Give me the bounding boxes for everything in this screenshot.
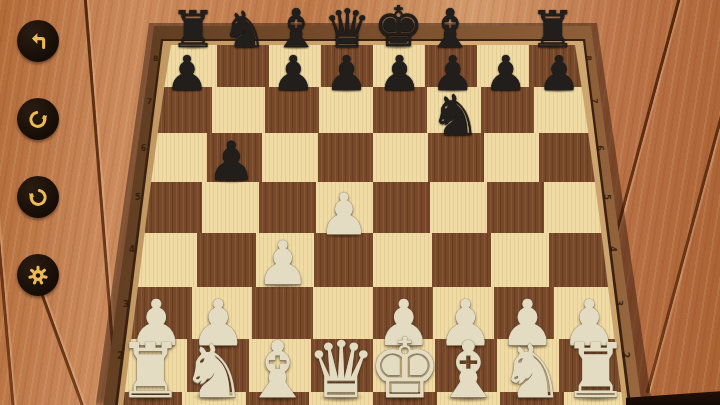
settings-button[interactable]: [17, 254, 59, 296]
undo-button[interactable]: [17, 176, 59, 218]
piece-white-knight-b1[interactable]: ♞: [181, 335, 247, 405]
piece-black-pawn-b5[interactable]: ♟: [207, 135, 256, 189]
rotate-counterclockwise-icon: [25, 184, 51, 210]
piece-white-king-e1[interactable]: ♚: [368, 328, 442, 405]
piece-black-pawn-h7[interactable]: ♟: [537, 49, 580, 97]
rotate-clockwise-icon: [25, 106, 51, 132]
piece-white-bishop-f1[interactable]: ♝: [433, 331, 503, 405]
sidebar: [0, 0, 80, 405]
piece-black-pawn-a7[interactable]: ♟: [165, 49, 208, 97]
piece-white-pawn-c3[interactable]: ♟: [256, 233, 310, 293]
piece-white-bishop-c1[interactable]: ♝: [242, 331, 312, 405]
piece-black-pawn-e7[interactable]: ♟: [378, 49, 421, 97]
piece-white-rook-a1[interactable]: ♜: [117, 334, 185, 405]
redo-button[interactable]: [17, 98, 59, 140]
piece-black-knight-b8[interactable]: ♞: [222, 5, 267, 55]
chess-app-screen: 88776655443322 ♜♞♝♛♚♝♜♟♟♟♟♟♟♟♞♟♟♟♟♟♟♟♟♟♜…: [0, 0, 720, 405]
piece-white-pawn-d4[interactable]: ♟: [318, 186, 369, 243]
piece-black-knight-f6[interactable]: ♞: [430, 87, 481, 144]
piece-black-pawn-g7[interactable]: ♟: [484, 49, 527, 97]
piece-black-pawn-c7[interactable]: ♟: [272, 49, 315, 97]
piece-white-knight-g1[interactable]: ♞: [499, 335, 565, 405]
gear-icon: [25, 262, 51, 288]
piece-black-pawn-d7[interactable]: ♟: [325, 49, 368, 97]
return-arrow-icon: [25, 28, 51, 54]
piece-white-rook-h1[interactable]: ♜: [562, 334, 630, 405]
pieces-layer: ♜♞♝♛♚♝♜♟♟♟♟♟♟♟♞♟♟♟♟♟♟♟♟♟♜♞♝♛♚♝♞♜: [0, 0, 720, 405]
piece-white-queen-d1[interactable]: ♛: [306, 331, 376, 405]
back-button[interactable]: [17, 20, 59, 62]
